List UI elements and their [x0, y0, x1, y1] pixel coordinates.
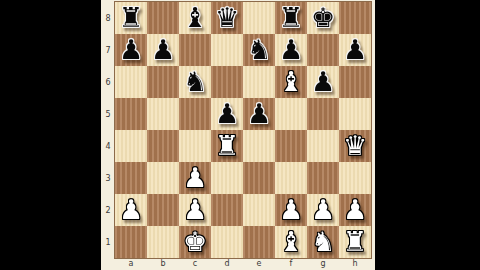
square-g8: ♚ [307, 2, 339, 34]
piece-black-pawn: ♟ [307, 66, 339, 98]
square-d1 [211, 226, 243, 258]
square-e1 [243, 226, 275, 258]
piece-black-pawn: ♟ [211, 98, 243, 130]
square-c6: ♞ [179, 66, 211, 98]
square-d3 [211, 162, 243, 194]
piece-white-king: ♚ [179, 226, 211, 258]
square-e4 [243, 130, 275, 162]
piece-white-pawn: ♟ [275, 194, 307, 226]
piece-white-rook: ♜ [211, 130, 243, 162]
rank-label-2: 2 [101, 194, 115, 226]
square-a8: ♜ [115, 2, 147, 34]
square-a1 [115, 226, 147, 258]
square-c8: ♝ [179, 2, 211, 34]
piece-black-pawn: ♟ [275, 34, 307, 66]
square-h1: ♜ [339, 226, 371, 258]
piece-white-pawn: ♟ [339, 194, 371, 226]
square-h7: ♟ [339, 34, 371, 66]
square-a4 [115, 130, 147, 162]
square-f8: ♜ [275, 2, 307, 34]
square-h5 [339, 98, 371, 130]
piece-black-rook: ♜ [115, 2, 147, 34]
piece-white-pawn: ♟ [115, 194, 147, 226]
piece-black-pawn: ♟ [339, 34, 371, 66]
square-h8 [339, 2, 371, 34]
square-e5: ♟ [243, 98, 275, 130]
rank-label-6: 6 [101, 66, 115, 98]
rank-label-4: 4 [101, 130, 115, 162]
piece-black-pawn: ♟ [147, 34, 179, 66]
square-b6 [147, 66, 179, 98]
piece-white-pawn: ♟ [179, 162, 211, 194]
square-c3: ♟ [179, 162, 211, 194]
file-label-h: h [339, 257, 371, 269]
piece-black-knight: ♞ [179, 66, 211, 98]
square-c4 [179, 130, 211, 162]
square-d6 [211, 66, 243, 98]
rank-label-3: 3 [101, 162, 115, 194]
piece-black-pawn: ♟ [115, 34, 147, 66]
piece-white-queen: ♛ [339, 130, 371, 162]
square-g3 [307, 162, 339, 194]
board-frame: 87654321 ♜♝♛♜♚♟♟♞♟♟♞♝♟♟♟♜♛♟♟♟♟♟♟♚♝♞♜ abc… [101, 0, 375, 270]
file-label-f: f [275, 257, 307, 269]
square-e7: ♞ [243, 34, 275, 66]
square-f6: ♝ [275, 66, 307, 98]
square-a2: ♟ [115, 194, 147, 226]
file-label-c: c [179, 257, 211, 269]
square-c2: ♟ [179, 194, 211, 226]
square-d2 [211, 194, 243, 226]
square-b1 [147, 226, 179, 258]
file-label-d: d [211, 257, 243, 269]
square-c5 [179, 98, 211, 130]
square-h4: ♛ [339, 130, 371, 162]
square-f4 [275, 130, 307, 162]
file-label-g: g [307, 257, 339, 269]
square-e2 [243, 194, 275, 226]
square-g1: ♞ [307, 226, 339, 258]
file-label-e: e [243, 257, 275, 269]
square-e6 [243, 66, 275, 98]
square-h2: ♟ [339, 194, 371, 226]
square-g5 [307, 98, 339, 130]
piece-white-rook: ♜ [339, 226, 371, 258]
piece-white-pawn: ♟ [307, 194, 339, 226]
piece-black-bishop: ♝ [179, 2, 211, 34]
square-g2: ♟ [307, 194, 339, 226]
square-b7: ♟ [147, 34, 179, 66]
square-a6 [115, 66, 147, 98]
square-g7 [307, 34, 339, 66]
square-d5: ♟ [211, 98, 243, 130]
square-f7: ♟ [275, 34, 307, 66]
file-label-b: b [147, 257, 179, 269]
square-a3 [115, 162, 147, 194]
square-a5 [115, 98, 147, 130]
square-f1: ♝ [275, 226, 307, 258]
rank-label-7: 7 [101, 34, 115, 66]
square-b2 [147, 194, 179, 226]
square-b4 [147, 130, 179, 162]
rank-label-8: 8 [101, 2, 115, 34]
square-a7: ♟ [115, 34, 147, 66]
rank-labels: 87654321 [101, 2, 115, 258]
square-f2: ♟ [275, 194, 307, 226]
chess-board: ♜♝♛♜♚♟♟♞♟♟♞♝♟♟♟♜♛♟♟♟♟♟♟♚♝♞♜ [115, 2, 371, 258]
piece-black-pawn: ♟ [243, 98, 275, 130]
square-c1: ♚ [179, 226, 211, 258]
piece-white-knight: ♞ [307, 226, 339, 258]
piece-black-knight: ♞ [243, 34, 275, 66]
piece-white-bishop: ♝ [275, 66, 307, 98]
square-e8 [243, 2, 275, 34]
square-g6: ♟ [307, 66, 339, 98]
video-frame: 87654321 ♜♝♛♜♚♟♟♞♟♟♞♝♟♟♟♜♛♟♟♟♟♟♟♚♝♞♜ abc… [0, 0, 480, 270]
square-c7 [179, 34, 211, 66]
square-d4: ♜ [211, 130, 243, 162]
rank-label-1: 1 [101, 226, 115, 258]
file-labels: abcdefgh [115, 257, 371, 269]
file-label-a: a [115, 257, 147, 269]
square-b8 [147, 2, 179, 34]
square-d8: ♛ [211, 2, 243, 34]
square-d7 [211, 34, 243, 66]
piece-white-bishop: ♝ [275, 226, 307, 258]
square-g4 [307, 130, 339, 162]
square-b3 [147, 162, 179, 194]
piece-black-king: ♚ [307, 2, 339, 34]
square-e3 [243, 162, 275, 194]
square-h6 [339, 66, 371, 98]
piece-white-pawn: ♟ [179, 194, 211, 226]
rank-label-5: 5 [101, 98, 115, 130]
piece-black-queen: ♛ [211, 2, 243, 34]
square-f3 [275, 162, 307, 194]
square-h3 [339, 162, 371, 194]
piece-black-rook: ♜ [275, 2, 307, 34]
square-b5 [147, 98, 179, 130]
square-f5 [275, 98, 307, 130]
